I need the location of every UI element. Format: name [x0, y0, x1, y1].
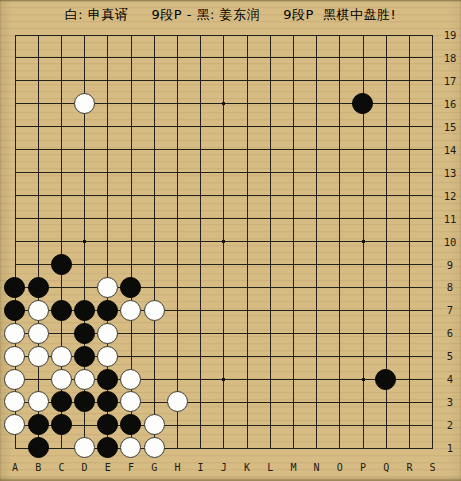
stone-white-A5[interactable]: ●: [4, 346, 25, 367]
stone-black-B8[interactable]: ●: [28, 277, 49, 298]
col-label-G: G: [144, 462, 164, 473]
stone-white-G7[interactable]: ●: [144, 300, 165, 321]
col-label-S: S: [423, 462, 443, 473]
row-label-8: 8: [438, 281, 461, 293]
stones-grid: ●●●●●●●●●●●●●●●●●●●●●●●●●●●●●●●●●●●●●●●●…: [3, 24, 444, 460]
row-label-14: 14: [438, 144, 461, 156]
col-label-B: B: [28, 462, 48, 473]
col-label-P: P: [353, 462, 373, 473]
board-point-C3[interactable]: ●: [50, 391, 73, 414]
stone-white-E6[interactable]: ●: [97, 323, 118, 344]
row-label-5: 5: [438, 350, 461, 362]
board-point-F2[interactable]: ●: [119, 413, 142, 436]
stone-black-E7[interactable]: ●: [97, 300, 118, 321]
row-label-11: 11: [438, 213, 461, 225]
board-point-E4[interactable]: ●: [96, 368, 119, 391]
row-label-1: 1: [438, 442, 461, 454]
board-point-D7[interactable]: ●: [73, 299, 96, 322]
col-label-F: F: [121, 462, 141, 473]
stone-white-B7[interactable]: ●: [28, 300, 49, 321]
row-label-9: 9: [438, 259, 461, 271]
col-label-L: L: [260, 462, 280, 473]
row-label-17: 17: [438, 75, 461, 87]
stone-white-A2[interactable]: ●: [4, 414, 25, 435]
stone-black-B1[interactable]: ●: [28, 437, 49, 458]
col-label-N: N: [307, 462, 327, 473]
board-point-B3[interactable]: ●: [27, 391, 50, 414]
stone-black-D6[interactable]: ●: [74, 323, 95, 344]
stone-black-B2[interactable]: ●: [28, 414, 49, 435]
stone-black-P16[interactable]: ●: [352, 93, 373, 114]
board-point-C2[interactable]: ●: [50, 413, 73, 436]
row-label-6: 6: [438, 327, 461, 339]
col-label-D: D: [75, 462, 95, 473]
stone-white-A4[interactable]: ●: [4, 369, 25, 390]
row-label-19: 19: [438, 29, 461, 41]
board-point-G7[interactable]: ●: [143, 299, 166, 322]
board-point-D5[interactable]: ●: [73, 345, 96, 368]
stone-black-E3[interactable]: ●: [97, 391, 118, 412]
col-label-I: I: [191, 462, 211, 473]
stone-white-F1[interactable]: ●: [120, 437, 141, 458]
col-label-J: J: [214, 462, 234, 473]
board-point-B2[interactable]: ●: [27, 413, 50, 436]
board-point-A8[interactable]: ●: [3, 276, 26, 299]
board-point-B6[interactable]: ●: [27, 322, 50, 345]
stone-white-D4[interactable]: ●: [74, 369, 95, 390]
stone-black-Q4[interactable]: ●: [375, 369, 396, 390]
board-point-A5[interactable]: ●: [3, 345, 26, 368]
stone-white-B3[interactable]: ●: [28, 391, 49, 412]
stone-black-E2[interactable]: ●: [97, 414, 118, 435]
board-point-A4[interactable]: ●: [3, 368, 26, 391]
stone-black-D5[interactable]: ●: [74, 346, 95, 367]
stone-white-C5[interactable]: ●: [51, 346, 72, 367]
board-point-Q4[interactable]: ●: [374, 368, 397, 391]
board-point-E8[interactable]: ●: [96, 276, 119, 299]
go-board[interactable]: ●●●●●●●●●●●●●●●●●●●●●●●●●●●●●●●●●●●●●●●●…: [0, 30, 461, 481]
stone-white-D1[interactable]: ●: [74, 437, 95, 458]
stone-white-F4[interactable]: ●: [120, 369, 141, 390]
stone-white-A3[interactable]: ●: [4, 391, 25, 412]
board-point-D3[interactable]: ●: [73, 391, 96, 414]
board-point-C9[interactable]: ●: [50, 253, 73, 276]
stone-black-C2[interactable]: ●: [51, 414, 72, 435]
board-point-E1[interactable]: ●: [96, 436, 119, 459]
stone-black-D3[interactable]: ●: [74, 391, 95, 412]
stone-black-D7[interactable]: ●: [74, 300, 95, 321]
stone-white-E5[interactable]: ●: [97, 346, 118, 367]
board-point-D1[interactable]: ●: [73, 436, 96, 459]
board-point-B7[interactable]: ●: [27, 299, 50, 322]
row-label-12: 12: [438, 190, 461, 202]
stone-black-A7[interactable]: ●: [4, 300, 25, 321]
stone-white-G2[interactable]: ●: [144, 414, 165, 435]
board-point-F8[interactable]: ●: [119, 276, 142, 299]
board-point-A6[interactable]: ●: [3, 322, 26, 345]
board-point-F4[interactable]: ●: [119, 368, 142, 391]
board-point-F1[interactable]: ●: [119, 436, 142, 459]
board-point-E2[interactable]: ●: [96, 413, 119, 436]
stone-white-G1[interactable]: ●: [144, 437, 165, 458]
stone-white-D16[interactable]: ●: [74, 93, 95, 114]
stone-white-F7[interactable]: ●: [120, 300, 141, 321]
col-label-C: C: [51, 462, 71, 473]
col-label-H: H: [167, 462, 187, 473]
board-point-C5[interactable]: ●: [50, 345, 73, 368]
stone-white-E8[interactable]: ●: [97, 277, 118, 298]
board-point-C4[interactable]: ●: [50, 368, 73, 391]
board-point-C7[interactable]: ●: [50, 299, 73, 322]
stone-black-F8[interactable]: ●: [120, 277, 141, 298]
col-label-Q: Q: [376, 462, 396, 473]
board-point-D4[interactable]: ●: [73, 368, 96, 391]
stone-white-B5[interactable]: ●: [28, 346, 49, 367]
row-label-16: 16: [438, 98, 461, 110]
board-point-E6[interactable]: ●: [96, 322, 119, 345]
row-label-13: 13: [438, 167, 461, 179]
stone-black-C3[interactable]: ●: [51, 391, 72, 412]
col-label-A: A: [5, 462, 25, 473]
row-label-3: 3: [438, 396, 461, 408]
stone-black-C9[interactable]: ●: [51, 254, 72, 275]
board-point-P16[interactable]: ●: [351, 92, 374, 115]
stone-white-B6[interactable]: ●: [28, 323, 49, 344]
row-label-4: 4: [438, 373, 461, 385]
col-label-R: R: [399, 462, 419, 473]
row-label-2: 2: [438, 419, 461, 431]
board-point-D6[interactable]: ●: [73, 322, 96, 345]
board-point-H3[interactable]: ●: [166, 391, 189, 414]
board-point-E7[interactable]: ●: [96, 299, 119, 322]
row-label-10: 10: [438, 236, 461, 248]
board-point-F7[interactable]: ●: [119, 299, 142, 322]
stone-black-A8[interactable]: ●: [4, 277, 25, 298]
board-point-B1[interactable]: ●: [27, 436, 50, 459]
app-window: 白: 申真谞 9段P - 黑: 姜东润 9段P 黑棋中盘胜! ●●●●●●●●●…: [0, 0, 461, 481]
stone-white-H3[interactable]: ●: [167, 391, 188, 412]
col-label-K: K: [237, 462, 257, 473]
stone-white-A6[interactable]: ●: [4, 323, 25, 344]
row-label-18: 18: [438, 52, 461, 64]
board-point-A2[interactable]: ●: [3, 413, 26, 436]
col-label-M: M: [283, 462, 303, 473]
board-point-G2[interactable]: ●: [143, 413, 166, 436]
board-point-A3[interactable]: ●: [3, 391, 26, 414]
stone-white-F3[interactable]: ●: [120, 391, 141, 412]
stone-black-E1[interactable]: ●: [97, 437, 118, 458]
row-label-15: 15: [438, 121, 461, 133]
stone-white-C4[interactable]: ●: [51, 369, 72, 390]
col-label-O: O: [330, 462, 350, 473]
board-point-E5[interactable]: ●: [96, 345, 119, 368]
col-label-E: E: [98, 462, 118, 473]
stone-black-F2[interactable]: ●: [120, 414, 141, 435]
board-point-A7[interactable]: ●: [3, 299, 26, 322]
stone-black-E4[interactable]: ●: [97, 369, 118, 390]
board-point-B5[interactable]: ●: [27, 345, 50, 368]
board-point-E3[interactable]: ●: [96, 391, 119, 414]
row-label-7: 7: [438, 304, 461, 316]
board-point-F3[interactable]: ●: [119, 391, 142, 414]
board-point-B8[interactable]: ●: [27, 276, 50, 299]
board-point-G1[interactable]: ●: [143, 436, 166, 459]
board-point-D16[interactable]: ●: [73, 92, 96, 115]
stone-black-C7[interactable]: ●: [51, 300, 72, 321]
